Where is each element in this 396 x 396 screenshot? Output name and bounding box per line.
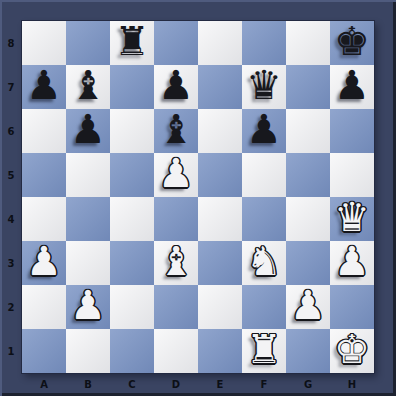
black-pawn-b6[interactable]: ♟ [70,107,106,151]
square-f3[interactable]: ♞ [242,241,286,285]
rank-label-4: 4 [0,197,22,241]
square-b1[interactable] [66,329,110,373]
black-rook-c8[interactable]: ♜ [114,19,150,63]
square-h6[interactable] [330,109,374,153]
white-pawn-b2[interactable]: ♟ [70,283,106,327]
square-d8[interactable] [154,21,198,65]
square-c4[interactable] [110,197,154,241]
square-c8[interactable]: ♜ [110,21,154,65]
file-label-f: F [242,373,286,395]
black-king-h8[interactable]: ♚ [334,19,370,63]
square-h7[interactable]: ♟ [330,65,374,109]
square-h8[interactable]: ♚ [330,21,374,65]
square-h3[interactable]: ♟ [330,241,374,285]
white-pawn-h3[interactable]: ♟ [334,239,370,283]
square-g1[interactable] [286,329,330,373]
square-a8[interactable] [22,21,66,65]
white-pawn-g2[interactable]: ♟ [290,283,326,327]
square-a2[interactable] [22,285,66,329]
square-e2[interactable] [198,285,242,329]
square-h1[interactable]: ♚ [330,329,374,373]
rank-label-5: 5 [0,153,22,197]
rank-label-8: 8 [0,21,22,65]
square-c2[interactable] [110,285,154,329]
white-queen-h4[interactable]: ♛ [334,195,370,239]
square-e3[interactable] [198,241,242,285]
square-g8[interactable] [286,21,330,65]
square-b8[interactable] [66,21,110,65]
square-f7[interactable]: ♛ [242,65,286,109]
square-e7[interactable] [198,65,242,109]
square-a1[interactable] [22,329,66,373]
square-d4[interactable] [154,197,198,241]
white-pawn-a3[interactable]: ♟ [26,239,62,283]
rank-label-1: 1 [0,329,22,373]
rank-label-2: 2 [0,285,22,329]
file-label-b: B [66,373,110,395]
square-e4[interactable] [198,197,242,241]
square-b7[interactable]: ♝ [66,65,110,109]
white-pawn-d5[interactable]: ♟ [158,151,194,195]
file-label-e: E [198,373,242,395]
square-g6[interactable] [286,109,330,153]
square-h4[interactable]: ♛ [330,197,374,241]
square-g4[interactable] [286,197,330,241]
file-label-g: G [286,373,330,395]
square-a6[interactable] [22,109,66,153]
square-e1[interactable] [198,329,242,373]
rank-label-7: 7 [0,65,22,109]
file-labels: ABCDEFGH [22,373,374,395]
square-h2[interactable] [330,285,374,329]
white-knight-f3[interactable]: ♞ [246,239,282,283]
square-b6[interactable]: ♟ [66,109,110,153]
square-f1[interactable]: ♜ [242,329,286,373]
square-b2[interactable]: ♟ [66,285,110,329]
black-pawn-f6[interactable]: ♟ [246,107,282,151]
square-c6[interactable] [110,109,154,153]
square-g2[interactable]: ♟ [286,285,330,329]
square-d2[interactable] [154,285,198,329]
square-g5[interactable] [286,153,330,197]
file-label-h: H [330,373,374,395]
square-g3[interactable] [286,241,330,285]
square-a5[interactable] [22,153,66,197]
square-b5[interactable] [66,153,110,197]
black-bishop-d6[interactable]: ♝ [158,107,194,151]
rank-label-3: 3 [0,241,22,285]
white-rook-f1[interactable]: ♜ [246,327,282,371]
square-a7[interactable]: ♟ [22,65,66,109]
square-e8[interactable] [198,21,242,65]
black-pawn-h7[interactable]: ♟ [334,63,370,107]
square-f4[interactable] [242,197,286,241]
square-b3[interactable] [66,241,110,285]
white-king-h1[interactable]: ♚ [334,327,370,371]
black-bishop-b7[interactable]: ♝ [70,63,106,107]
square-f5[interactable] [242,153,286,197]
square-e6[interactable] [198,109,242,153]
square-d1[interactable] [154,329,198,373]
rank-labels: 87654321 [0,21,22,373]
square-a3[interactable]: ♟ [22,241,66,285]
square-b4[interactable] [66,197,110,241]
square-c5[interactable] [110,153,154,197]
square-h5[interactable] [330,153,374,197]
square-f6[interactable]: ♟ [242,109,286,153]
black-queen-f7[interactable]: ♛ [246,63,282,107]
square-c7[interactable] [110,65,154,109]
square-d6[interactable]: ♝ [154,109,198,153]
square-c3[interactable] [110,241,154,285]
file-label-d: D [154,373,198,395]
square-a4[interactable] [22,197,66,241]
chess-board[interactable]: ♜♚♟♝♟♛♟♟♝♟♟♛♟♝♞♟♟♟♜♚ [22,21,374,373]
square-c1[interactable] [110,329,154,373]
square-g7[interactable] [286,65,330,109]
rank-label-6: 6 [0,109,22,153]
black-pawn-d7[interactable]: ♟ [158,63,194,107]
square-d7[interactable]: ♟ [154,65,198,109]
square-f2[interactable] [242,285,286,329]
file-label-c: C [110,373,154,395]
square-d5[interactable]: ♟ [154,153,198,197]
white-bishop-d3[interactable]: ♝ [158,239,194,283]
square-f8[interactable] [242,21,286,65]
chess-board-frame: 87654321 ♜♚♟♝♟♛♟♟♝♟♟♛♟♝♞♟♟♟♜♚ ABCDEFGH [0,0,396,396]
square-d3[interactable]: ♝ [154,241,198,285]
black-pawn-a7[interactable]: ♟ [26,63,62,107]
square-e5[interactable] [198,153,242,197]
file-label-a: A [22,373,66,395]
